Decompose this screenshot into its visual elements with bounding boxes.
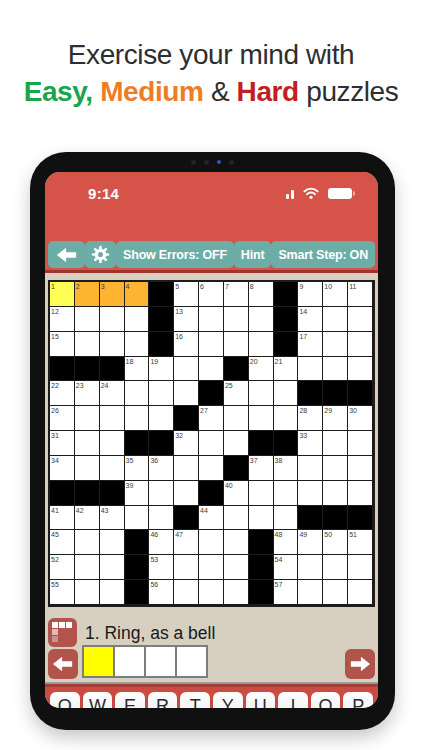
grid-cell-r8c2[interactable]	[75, 456, 100, 481]
cell-number: 15	[51, 332, 59, 341]
grid-cell-r8c10[interactable]: 38	[274, 456, 299, 481]
grid-cell-r13c9	[249, 580, 274, 605]
grid-cell-r5c9[interactable]	[249, 381, 274, 406]
crossword-board: 1234567891011121314151617181920212223242…	[48, 280, 375, 607]
grid-cell-r8c4[interactable]: 35	[125, 456, 150, 481]
answer-boxes	[82, 645, 208, 678]
grid-cell-r5c5[interactable]	[149, 381, 174, 406]
cell-number: 54	[275, 555, 283, 564]
answer-box-3[interactable]	[144, 645, 177, 678]
grid-cell-r10c5[interactable]	[149, 506, 174, 531]
cell-number: 17	[299, 332, 307, 341]
grid-cell-r3c1[interactable]: 15	[50, 332, 75, 357]
cell-number: 40	[225, 481, 233, 490]
grid-cell-r8c13[interactable]	[348, 456, 373, 481]
grid-cell-r1c10	[274, 282, 299, 307]
grid-cell-r10c8[interactable]	[224, 506, 249, 531]
headline-ampersand: &	[211, 76, 229, 107]
grid-cell-r10c1[interactable]: 41	[50, 506, 75, 531]
grid-cell-r7c12[interactable]	[323, 431, 348, 456]
cell-number: 39	[126, 481, 134, 490]
grid-cell-r6c7[interactable]: 27	[199, 406, 224, 431]
cell-number: 30	[349, 406, 357, 415]
grid-cell-r8c11[interactable]	[298, 456, 323, 481]
grid-cell-r13c11[interactable]	[298, 580, 323, 605]
grid-cell-r2c10	[274, 307, 299, 332]
cell-number: 2	[76, 282, 80, 291]
grid-cell-r12c11[interactable]	[298, 555, 323, 580]
grid-cell-r2c6[interactable]: 13	[174, 307, 199, 332]
grid-cell-r12c2[interactable]	[75, 555, 100, 580]
sensor-dot	[191, 160, 196, 165]
grid-cell-r9c3	[100, 481, 125, 506]
cell-number: 43	[101, 506, 109, 515]
sensor-dot	[204, 160, 209, 165]
key-R[interactable]: R	[148, 692, 178, 708]
cell-number: 44	[200, 506, 208, 515]
grid-cell-r1c3[interactable]: 3	[100, 282, 125, 307]
grid-cell-r12c4	[125, 555, 150, 580]
grid-cell-r12c10[interactable]: 54	[274, 555, 299, 580]
headline-line2: Easy, Medium & Hard puzzles	[0, 73, 422, 110]
grid-cell-r1c1[interactable]: 1	[50, 282, 75, 307]
grid-cell-r2c3[interactable]	[100, 307, 125, 332]
next-clue-button[interactable]	[345, 649, 375, 679]
grid-cell-r7c3[interactable]	[100, 431, 125, 456]
back-arrow-icon	[56, 246, 78, 264]
grid-cell-r11c6[interactable]: 47	[174, 530, 199, 555]
grid-cell-r12c1[interactable]: 52	[50, 555, 75, 580]
grid-cell-r4c7[interactable]	[199, 357, 224, 382]
cell-signal-icon	[286, 190, 294, 199]
answer-box-4[interactable]	[175, 645, 208, 678]
hint-button[interactable]: Hint	[234, 241, 272, 268]
grid-cell-r5c3[interactable]: 24	[100, 381, 125, 406]
grid-cell-r8c8	[224, 456, 249, 481]
grid-cell-r10c4[interactable]	[125, 506, 150, 531]
cell-number: 41	[51, 506, 59, 515]
key-P[interactable]: P	[343, 692, 373, 708]
grid-cell-r10c12	[323, 506, 348, 531]
cell-number: 34	[51, 456, 59, 465]
grid-cell-r4c6[interactable]	[174, 357, 199, 382]
grid-cell-r13c6[interactable]	[174, 580, 199, 605]
cell-number: 37	[250, 456, 258, 465]
grid-cell-r9c10[interactable]	[274, 481, 299, 506]
grid-cell-r11c9	[249, 530, 274, 555]
grid-cell-r5c11	[298, 381, 323, 406]
grid-cell-r12c6[interactable]	[174, 555, 199, 580]
promo-headline: Exercise your mind with Easy, Medium & H…	[0, 36, 422, 110]
grid-cell-r6c4[interactable]	[125, 406, 150, 431]
cell-number: 56	[150, 580, 158, 589]
grid-cell-r12c5[interactable]: 53	[149, 555, 174, 580]
cell-number: 57	[275, 580, 283, 589]
grid-cell-r5c12	[323, 381, 348, 406]
grid-cell-r7c8[interactable]	[224, 431, 249, 456]
current-clue: 1. Ring, as a bell	[85, 620, 215, 646]
grid-cell-r10c11	[298, 506, 323, 531]
grid-cell-r4c12[interactable]	[323, 357, 348, 382]
grid-cell-r3c8[interactable]	[224, 332, 249, 357]
grid-cell-r12c8[interactable]	[224, 555, 249, 580]
grid-cell-r8c6[interactable]	[174, 456, 199, 481]
grid-cell-r11c12[interactable]: 50	[323, 530, 348, 555]
grid-cell-r3c9[interactable]	[249, 332, 274, 357]
grid-cell-r10c3[interactable]: 43	[100, 506, 125, 531]
cell-number: 25	[225, 381, 233, 390]
cell-number: 8	[250, 282, 254, 291]
gear-icon	[90, 244, 111, 265]
grid-cell-r3c13[interactable]	[348, 332, 373, 357]
grid-cell-r3c6[interactable]: 16	[174, 332, 199, 357]
cell-number: 23	[76, 381, 84, 390]
grid-cell-r7c11[interactable]: 33	[298, 431, 323, 456]
camera-lens-dot	[217, 160, 221, 164]
cell-number: 16	[175, 332, 183, 341]
grid-cell-r13c10[interactable]: 57	[274, 580, 299, 605]
grid-cell-r9c5[interactable]	[149, 481, 174, 506]
grid-cell-r3c10	[274, 332, 299, 357]
smart-step-button[interactable]: Smart Step: ON	[271, 241, 375, 268]
grid-cell-r4c5[interactable]: 19	[149, 357, 174, 382]
cell-number: 6	[200, 282, 204, 291]
grid-cell-r2c9[interactable]	[249, 307, 274, 332]
grid-cell-r7c2[interactable]	[75, 431, 100, 456]
grid-cell-r8c3[interactable]	[100, 456, 125, 481]
grid-cell-r13c12[interactable]	[323, 580, 348, 605]
grid-cell-r1c5	[149, 282, 174, 307]
grid-cell-r12c9	[249, 555, 274, 580]
toolbar: Show Errors: OFF Hint Smart Step: ON	[48, 241, 375, 268]
grid-cell-r9c4[interactable]: 39	[125, 481, 150, 506]
headline-line1: Exercise your mind with	[0, 36, 422, 73]
grid-cell-r2c8[interactable]	[224, 307, 249, 332]
grid-cell-r1c13[interactable]: 11	[348, 282, 373, 307]
grid-cell-r13c8[interactable]	[224, 580, 249, 605]
cell-number: 49	[299, 530, 307, 539]
cell-number: 32	[175, 431, 183, 440]
grid-cell-r2c12[interactable]	[323, 307, 348, 332]
cell-number: 14	[299, 307, 307, 316]
grid-cell-r3c7[interactable]	[199, 332, 224, 357]
grid-cell-r10c13	[348, 506, 373, 531]
grid-cell-r11c2[interactable]	[75, 530, 100, 555]
grid-cell-r4c10[interactable]: 21	[274, 357, 299, 382]
grid-cell-r5c6[interactable]	[174, 381, 199, 406]
grid-cell-r6c12[interactable]: 29	[323, 406, 348, 431]
grid-cell-r5c1[interactable]: 22	[50, 381, 75, 406]
cell-number: 29	[324, 406, 332, 415]
grid-cell-r9c8[interactable]: 40	[224, 481, 249, 506]
cell-number: 45	[51, 530, 59, 539]
grid-cell-r7c4	[125, 431, 150, 456]
grid-cell-r1c6[interactable]: 5	[174, 282, 199, 307]
grid-cell-r2c11[interactable]: 14	[298, 307, 323, 332]
cell-number: 9	[299, 282, 303, 291]
cell-number: 31	[51, 431, 59, 440]
cell-number: 35	[126, 456, 134, 465]
grid-cell-r11c13[interactable]: 51	[348, 530, 373, 555]
tablet-frame: 9:14	[30, 152, 395, 730]
grid-cell-r2c13[interactable]	[348, 307, 373, 332]
grid-cell-r9c7	[199, 481, 224, 506]
wifi-icon	[303, 187, 319, 199]
back-button[interactable]	[48, 241, 85, 268]
grid-cell-r8c5[interactable]: 36	[149, 456, 174, 481]
app-screen: 9:14	[45, 172, 378, 708]
grid-cell-r2c5	[149, 307, 174, 332]
sensor-dot	[229, 160, 234, 165]
cell-number: 22	[51, 381, 59, 390]
grid-cell-r1c4[interactable]: 4	[125, 282, 150, 307]
grid-cell-r1c11[interactable]: 9	[298, 282, 323, 307]
grid-cell-r9c9[interactable]	[249, 481, 274, 506]
headline-medium: Medium	[100, 76, 203, 107]
cell-number: 1	[51, 282, 55, 291]
grid-cell-r11c10[interactable]: 48	[274, 530, 299, 555]
grid-cell-r7c7[interactable]	[199, 431, 224, 456]
grid-cell-r13c7[interactable]	[199, 580, 224, 605]
grid-cell-r3c11[interactable]: 17	[298, 332, 323, 357]
cell-number: 24	[101, 381, 109, 390]
grid-cell-r6c8[interactable]	[224, 406, 249, 431]
headline-hard: Hard	[237, 76, 299, 107]
grid-cell-r9c11[interactable]	[298, 481, 323, 506]
grid-cell-r2c1[interactable]: 12	[50, 307, 75, 332]
grid-cell-r3c4[interactable]	[125, 332, 150, 357]
key-U[interactable]: U	[246, 692, 276, 708]
grid-cell-r5c2[interactable]: 23	[75, 381, 100, 406]
key-O[interactable]: O	[311, 692, 341, 708]
cell-number: 36	[150, 456, 158, 465]
cell-number: 3	[101, 282, 105, 291]
grid-cell-r6c11[interactable]: 28	[298, 406, 323, 431]
cell-number: 26	[51, 406, 59, 415]
grid-cell-r11c1[interactable]: 45	[50, 530, 75, 555]
grid-cell-r4c2	[75, 357, 100, 382]
grid-cell-r10c9[interactable]	[249, 506, 274, 531]
grid-cell-r6c10[interactable]	[274, 406, 299, 431]
camera-icon	[30, 158, 395, 166]
grid-cell-r7c13[interactable]	[348, 431, 373, 456]
grid-cell-r10c6	[174, 506, 199, 531]
right-arrow-icon	[349, 655, 371, 673]
key-Q[interactable]: Q	[50, 692, 80, 708]
key-T[interactable]: T	[180, 692, 210, 708]
grid-cell-r11c11[interactable]: 49	[298, 530, 323, 555]
grid-cell-r5c7	[199, 381, 224, 406]
grid-cell-r4c13[interactable]	[348, 357, 373, 382]
keyboard-row1: QWERTYUIOP	[50, 692, 373, 708]
grid-cell-r2c7[interactable]	[199, 307, 224, 332]
cell-number: 7	[225, 282, 229, 291]
headline-easy: Easy,	[24, 76, 93, 107]
status-time: 9:14	[88, 185, 119, 202]
grid-cell-r4c8	[224, 357, 249, 382]
cell-number: 27	[200, 406, 208, 415]
grid-cell-r6c13[interactable]: 30	[348, 406, 373, 431]
cell-number: 53	[150, 555, 158, 564]
grid-cell-r9c12[interactable]	[323, 481, 348, 506]
previous-clue-button[interactable]	[48, 649, 78, 679]
grid-cell-r5c13	[348, 381, 373, 406]
grid-cell-r5c8[interactable]: 25	[224, 381, 249, 406]
grid-cell-r6c1[interactable]: 26	[50, 406, 75, 431]
grid-cell-r8c1[interactable]: 34	[50, 456, 75, 481]
cell-number: 52	[51, 555, 59, 564]
show-errors-button[interactable]: Show Errors: OFF	[116, 241, 234, 268]
grid-cell-r5c4[interactable]	[125, 381, 150, 406]
cell-number: 20	[250, 357, 258, 366]
answer-box-2[interactable]	[113, 645, 146, 678]
grid-cell-r10c7[interactable]: 44	[199, 506, 224, 531]
key-E[interactable]: E	[115, 692, 145, 708]
cell-number: 33	[299, 431, 307, 440]
grid-cell-r1c2[interactable]: 2	[75, 282, 100, 307]
grid-cell-r11c5[interactable]: 46	[149, 530, 174, 555]
grid-cell-r4c1	[50, 357, 75, 382]
cell-number: 4	[126, 282, 130, 291]
grid-cell-r13c2[interactable]	[75, 580, 100, 605]
grid-cell-r8c7[interactable]	[199, 456, 224, 481]
grid-cell-r6c2[interactable]	[75, 406, 100, 431]
cell-number: 5	[175, 282, 179, 291]
grid-cell-r9c13[interactable]	[348, 481, 373, 506]
grid-cell-r4c11[interactable]	[298, 357, 323, 382]
cell-number: 13	[175, 307, 183, 316]
grid-cell-r4c4[interactable]: 18	[125, 357, 150, 382]
grid-cell-r3c3[interactable]	[100, 332, 125, 357]
key-Y[interactable]: Y	[213, 692, 243, 708]
grid-cell-r2c4[interactable]	[125, 307, 150, 332]
grid-cell-r2c2[interactable]	[75, 307, 100, 332]
grid-view-button[interactable]	[48, 618, 77, 647]
cell-number: 46	[150, 530, 158, 539]
grid-cell-r7c6[interactable]: 32	[174, 431, 199, 456]
cell-number: 11	[349, 282, 356, 291]
grid-cell-r5c10[interactable]	[274, 381, 299, 406]
grid-cell-r1c12[interactable]: 10	[323, 282, 348, 307]
battery-icon	[328, 188, 352, 199]
grid-cell-r9c1	[50, 481, 75, 506]
grid-cell-r10c10[interactable]	[274, 506, 299, 531]
grid-cell-r9c2	[75, 481, 100, 506]
grid-cell-r12c12[interactable]	[323, 555, 348, 580]
grid-cell-r9c6[interactable]	[174, 481, 199, 506]
headline-puzzles: puzzles	[306, 76, 398, 107]
left-arrow-icon	[52, 655, 74, 673]
grid-cell-r8c9[interactable]: 37	[249, 456, 274, 481]
grid-cell-r7c9	[249, 431, 274, 456]
cell-number: 10	[324, 282, 332, 291]
grid-cell-r13c1[interactable]: 55	[50, 580, 75, 605]
grid-cell-r12c7[interactable]	[199, 555, 224, 580]
app-header: 9:14	[45, 172, 378, 273]
grid-cell-r11c3[interactable]	[100, 530, 125, 555]
status-icons	[286, 187, 352, 199]
cell-number: 47	[175, 530, 183, 539]
cell-number: 19	[150, 357, 158, 366]
cell-number: 21	[275, 357, 283, 366]
cell-number: 51	[349, 530, 357, 539]
grid-cell-r6c5[interactable]	[149, 406, 174, 431]
grid-cell-r10c2[interactable]: 42	[75, 506, 100, 531]
settings-button[interactable]	[85, 241, 116, 268]
cell-number: 28	[299, 406, 307, 415]
grid-cell-r1c9[interactable]: 8	[249, 282, 274, 307]
cell-number: 12	[51, 307, 59, 316]
grid-cell-r12c3[interactable]	[100, 555, 125, 580]
answer-box-1[interactable]	[82, 645, 115, 678]
grid-cell-r1c7[interactable]: 6	[199, 282, 224, 307]
grid-cell-r4c3	[100, 357, 125, 382]
grid-cell-r7c1[interactable]: 31	[50, 431, 75, 456]
cell-number: 48	[275, 530, 283, 539]
grid-cell-r13c3[interactable]	[100, 580, 125, 605]
grid-cell-r13c5[interactable]: 56	[149, 580, 174, 605]
cell-number: 18	[126, 357, 134, 366]
grid-cell-r3c5	[149, 332, 174, 357]
key-W[interactable]: W	[83, 692, 113, 708]
grid-cell-r11c4	[125, 530, 150, 555]
grid-cell-r6c9[interactable]	[249, 406, 274, 431]
grid-cell-r4c9[interactable]: 20	[249, 357, 274, 382]
cell-number: 42	[76, 506, 84, 515]
grid-cell-r6c3[interactable]	[100, 406, 125, 431]
grid-cell-r11c7[interactable]	[199, 530, 224, 555]
cell-number: 55	[51, 580, 59, 589]
grid-cell-r7c5	[149, 431, 174, 456]
key-I[interactable]: I	[278, 692, 308, 708]
grid-cell-r13c4	[125, 580, 150, 605]
cell-number: 38	[275, 456, 283, 465]
grid-cell-r12c13[interactable]	[348, 555, 373, 580]
grid-cell-r8c12[interactable]	[323, 456, 348, 481]
cell-number: 50	[324, 530, 332, 539]
grid-cell-r1c8[interactable]: 7	[224, 282, 249, 307]
grid-cell-r3c12[interactable]	[323, 332, 348, 357]
grid-cell-r13c13[interactable]	[348, 580, 373, 605]
grid-cell-r11c8[interactable]	[224, 530, 249, 555]
grid-cell-r6c6	[174, 406, 199, 431]
keyboard: QWERTYUIOP	[45, 682, 378, 708]
grid-cell-r7c10	[274, 431, 299, 456]
grid-cell-r3c2[interactable]	[75, 332, 100, 357]
